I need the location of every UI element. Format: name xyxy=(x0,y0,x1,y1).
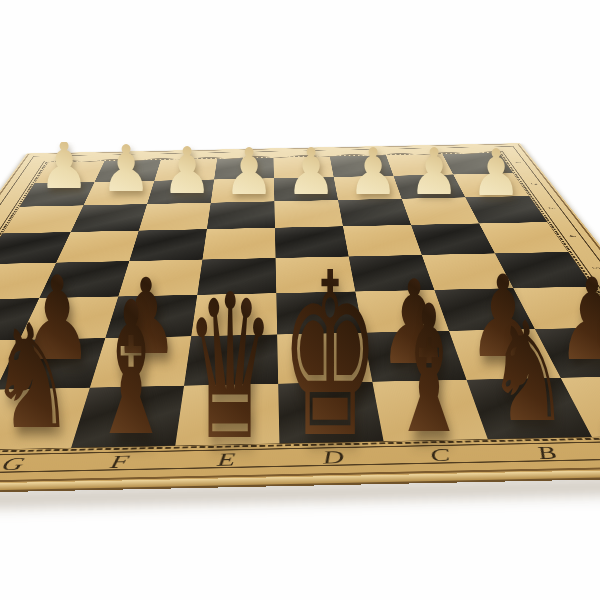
piece-white-pawn-c2[interactable]: ♟ xyxy=(348,140,398,204)
photo-crop-top xyxy=(0,0,600,142)
piece-brown-king-d8[interactable]: ♚ xyxy=(281,244,380,470)
piece-white-pawn-a2[interactable]: ♟ xyxy=(471,141,521,205)
square-g3[interactable] xyxy=(71,204,147,232)
piece-brown-bishop-f8[interactable]: ♝ xyxy=(90,279,172,463)
rank-label-3: 3 xyxy=(546,207,557,209)
rank-label-4: 4 xyxy=(566,235,578,237)
rank-label-2: 2 xyxy=(528,183,539,185)
piece-brown-knight-g8[interactable]: ♞ xyxy=(0,306,75,450)
piece-white-pawn-f2[interactable]: ♟ xyxy=(162,139,212,203)
piece-white-pawn-g2[interactable]: ♟ xyxy=(101,137,151,201)
piece-brown-bishop-c8[interactable]: ♝ xyxy=(390,283,469,459)
piece-white-pawn-e2[interactable]: ♟ xyxy=(224,140,274,204)
piece-brown-knight-b8[interactable]: ♞ xyxy=(487,304,569,442)
piece-white-pawn-b2[interactable]: ♟ xyxy=(409,140,459,204)
chess-set-product-photo: HGFEDCBA 12345678 ♟♟♟♟♟♟♟♟♟♟♟♟♟♞♝♛♚♝♞♜ xyxy=(0,0,600,600)
piece-white-pawn-d2[interactable]: ♟ xyxy=(286,140,336,204)
piece-brown-rook-a8[interactable]: ♜ xyxy=(588,301,600,454)
square-a4[interactable] xyxy=(479,222,568,253)
piece-white-pawn-h2[interactable]: ♟ xyxy=(39,134,89,198)
piece-brown-queen-e8[interactable]: ♛ xyxy=(185,269,275,469)
